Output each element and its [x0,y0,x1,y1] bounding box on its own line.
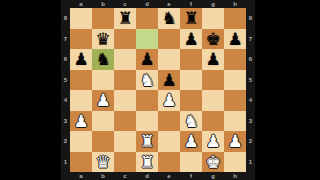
piece-white-king[interactable]: ♚ [202,152,224,173]
square-a8[interactable] [70,8,92,29]
rank-label-6: 6 [61,49,70,70]
square-e8[interactable]: ♞ [158,8,180,29]
square-c3[interactable] [114,111,136,132]
square-d4[interactable] [136,90,158,111]
square-e2[interactable] [158,131,180,152]
piece-black-rook[interactable]: ♜ [180,8,202,29]
file-label-e: e [158,0,180,8]
square-h1[interactable] [224,152,246,173]
square-a1[interactable] [70,152,92,173]
square-g2[interactable]: ♟ [202,131,224,152]
square-e1[interactable] [158,152,180,173]
square-b5[interactable] [92,70,114,91]
file-label-h: h [224,0,246,8]
file-label-f: f [180,172,202,180]
piece-white-pawn[interactable]: ♟ [224,131,246,152]
piece-black-pawn[interactable]: ♟ [158,70,180,91]
letterbox-background: abcdefgh abcdefgh 87654321 87654321 ♜♞♜♛… [0,0,320,180]
square-a2[interactable] [70,131,92,152]
square-c4[interactable] [114,90,136,111]
square-a5[interactable] [70,70,92,91]
square-b6[interactable]: ♞ [92,49,114,70]
piece-white-pawn[interactable]: ♟ [158,90,180,111]
square-f6[interactable] [180,49,202,70]
chess-board: ♜♞♜♛♟♚♟♟♞♟♟♞♟♟♟♟♞♜♟♟♟♛♜♚ [70,8,246,172]
piece-black-pawn[interactable]: ♟ [202,49,224,70]
piece-black-pawn[interactable]: ♟ [180,29,202,50]
file-label-c: c [114,0,136,8]
square-f1[interactable] [180,152,202,173]
file-label-b: b [92,0,114,8]
square-e5[interactable]: ♟ [158,70,180,91]
piece-black-knight[interactable]: ♞ [92,49,114,70]
chess-board-frame: abcdefgh abcdefgh 87654321 87654321 ♜♞♜♛… [61,0,255,180]
piece-white-rook[interactable]: ♜ [136,131,158,152]
square-d3[interactable] [136,111,158,132]
square-d2[interactable]: ♜ [136,131,158,152]
square-d1[interactable]: ♜ [136,152,158,173]
square-d6[interactable]: ♟ [136,49,158,70]
square-g7[interactable]: ♚ [202,29,224,50]
file-label-b: b [92,172,114,180]
square-h5[interactable] [224,70,246,91]
piece-white-rook[interactable]: ♜ [136,152,158,173]
square-e4[interactable]: ♟ [158,90,180,111]
square-g8[interactable] [202,8,224,29]
piece-white-queen[interactable]: ♛ [92,152,114,173]
square-h7[interactable]: ♟ [224,29,246,50]
square-b7[interactable]: ♛ [92,29,114,50]
square-a3[interactable]: ♟ [70,111,92,132]
rank-label-3: 3 [61,111,70,132]
piece-white-pawn[interactable]: ♟ [70,111,92,132]
square-b4[interactable]: ♟ [92,90,114,111]
square-c1[interactable] [114,152,136,173]
rank-label-2: 2 [61,131,70,152]
piece-white-pawn[interactable]: ♟ [180,131,202,152]
square-d7[interactable] [136,29,158,50]
file-label-e: e [158,172,180,180]
square-h8[interactable] [224,8,246,29]
square-d5[interactable]: ♞ [136,70,158,91]
piece-black-pawn[interactable]: ♟ [224,29,246,50]
square-c2[interactable] [114,131,136,152]
square-h2[interactable]: ♟ [224,131,246,152]
rank-label-6: 6 [246,49,255,70]
square-e3[interactable] [158,111,180,132]
square-f5[interactable] [180,70,202,91]
square-f3[interactable]: ♞ [180,111,202,132]
piece-white-knight[interactable]: ♞ [180,111,202,132]
file-label-d: d [136,0,158,8]
piece-black-knight[interactable]: ♞ [158,8,180,29]
file-label-d: d [136,172,158,180]
square-f8[interactable]: ♜ [180,8,202,29]
file-labels-bottom: abcdefgh [70,172,246,180]
rank-label-5: 5 [61,70,70,91]
square-h3[interactable] [224,111,246,132]
square-g5[interactable] [202,70,224,91]
piece-black-pawn[interactable]: ♟ [136,49,158,70]
square-a4[interactable] [70,90,92,111]
file-label-a: a [70,172,92,180]
piece-black-king[interactable]: ♚ [202,29,224,50]
rank-labels-left: 87654321 [61,8,70,172]
rank-label-3: 3 [246,111,255,132]
piece-black-rook[interactable]: ♜ [114,8,136,29]
square-b3[interactable] [92,111,114,132]
square-a6[interactable]: ♟ [70,49,92,70]
rank-label-2: 2 [246,131,255,152]
square-a7[interactable] [70,29,92,50]
rank-label-5: 5 [246,70,255,91]
rank-label-8: 8 [246,8,255,29]
rank-label-7: 7 [246,29,255,50]
square-b1[interactable]: ♛ [92,152,114,173]
file-label-g: g [202,172,224,180]
piece-white-pawn[interactable]: ♟ [202,131,224,152]
square-f7[interactable]: ♟ [180,29,202,50]
square-f2[interactable]: ♟ [180,131,202,152]
square-d8[interactable] [136,8,158,29]
square-c5[interactable] [114,70,136,91]
rank-label-4: 4 [246,90,255,111]
rank-label-4: 4 [61,90,70,111]
file-label-f: f [180,0,202,8]
file-label-g: g [202,0,224,8]
square-g1[interactable]: ♚ [202,152,224,173]
piece-black-pawn[interactable]: ♟ [70,49,92,70]
rank-label-1: 1 [246,152,255,173]
square-g6[interactable]: ♟ [202,49,224,70]
rank-label-8: 8 [61,8,70,29]
square-c7[interactable] [114,29,136,50]
square-c8[interactable]: ♜ [114,8,136,29]
file-label-a: a [70,0,92,8]
file-label-c: c [114,172,136,180]
piece-black-queen[interactable]: ♛ [92,29,114,50]
square-h6[interactable] [224,49,246,70]
square-b8[interactable] [92,8,114,29]
piece-white-pawn[interactable]: ♟ [92,90,114,111]
square-h4[interactable] [224,90,246,111]
square-e7[interactable] [158,29,180,50]
square-f4[interactable] [180,90,202,111]
square-b2[interactable] [92,131,114,152]
square-g3[interactable] [202,111,224,132]
file-label-h: h [224,172,246,180]
square-e6[interactable] [158,49,180,70]
square-c6[interactable] [114,49,136,70]
rank-label-7: 7 [61,29,70,50]
rank-label-1: 1 [61,152,70,173]
piece-white-knight[interactable]: ♞ [136,70,158,91]
square-g4[interactable] [202,90,224,111]
rank-labels-right: 87654321 [246,8,255,172]
file-labels-top: abcdefgh [70,0,246,8]
